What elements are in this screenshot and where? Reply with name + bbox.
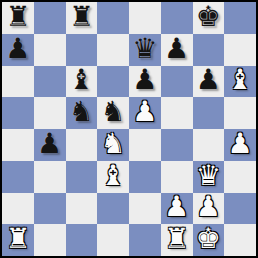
square-f5[interactable] bbox=[161, 97, 193, 129]
white-bishop: ♝ bbox=[228, 66, 253, 94]
square-d3[interactable]: ♝ bbox=[97, 161, 129, 193]
square-a2[interactable] bbox=[2, 193, 34, 225]
black-rook: ♜ bbox=[5, 3, 30, 31]
black-pawn: ♟ bbox=[164, 35, 189, 63]
square-d4[interactable]: ♞ bbox=[97, 129, 129, 161]
square-g8[interactable]: ♚ bbox=[193, 2, 225, 34]
square-g1[interactable]: ♚ bbox=[193, 224, 225, 256]
black-pawn: ♟ bbox=[196, 66, 221, 94]
square-g6[interactable]: ♟ bbox=[193, 66, 225, 98]
square-e7[interactable]: ♛ bbox=[129, 34, 161, 66]
square-b4[interactable]: ♟ bbox=[34, 129, 66, 161]
square-g7[interactable] bbox=[193, 34, 225, 66]
square-f8[interactable] bbox=[161, 2, 193, 34]
square-a1[interactable]: ♜ bbox=[2, 224, 34, 256]
square-g3[interactable]: ♛ bbox=[193, 161, 225, 193]
square-d1[interactable] bbox=[97, 224, 129, 256]
square-b3[interactable] bbox=[34, 161, 66, 193]
black-knight: ♞ bbox=[101, 98, 126, 126]
square-e1[interactable] bbox=[129, 224, 161, 256]
square-e8[interactable] bbox=[129, 2, 161, 34]
square-e2[interactable] bbox=[129, 193, 161, 225]
black-king: ♚ bbox=[196, 3, 221, 31]
square-h5[interactable] bbox=[224, 97, 256, 129]
white-bishop: ♝ bbox=[101, 162, 126, 190]
square-f7[interactable]: ♟ bbox=[161, 34, 193, 66]
square-c1[interactable] bbox=[66, 224, 98, 256]
black-knight: ♞ bbox=[69, 98, 94, 126]
white-rook: ♜ bbox=[164, 225, 189, 253]
square-b5[interactable] bbox=[34, 97, 66, 129]
square-a7[interactable]: ♟ bbox=[2, 34, 34, 66]
square-f2[interactable]: ♟ bbox=[161, 193, 193, 225]
white-pawn: ♟ bbox=[228, 130, 253, 158]
square-b1[interactable] bbox=[34, 224, 66, 256]
black-rook: ♜ bbox=[69, 3, 94, 31]
square-g5[interactable] bbox=[193, 97, 225, 129]
square-a4[interactable] bbox=[2, 129, 34, 161]
square-a6[interactable] bbox=[2, 66, 34, 98]
square-d8[interactable] bbox=[97, 2, 129, 34]
square-h8[interactable] bbox=[224, 2, 256, 34]
square-h2[interactable] bbox=[224, 193, 256, 225]
white-queen: ♛ bbox=[196, 162, 221, 190]
square-c7[interactable] bbox=[66, 34, 98, 66]
square-c4[interactable] bbox=[66, 129, 98, 161]
black-pawn: ♟ bbox=[132, 66, 157, 94]
white-knight: ♞ bbox=[101, 130, 126, 158]
square-e6[interactable]: ♟ bbox=[129, 66, 161, 98]
chess-board: ♜♜♚♟♛♟♝♟♟♝♞♞♟♟♞♟♝♛♟♟♜♜♚ bbox=[0, 0, 258, 258]
square-e3[interactable] bbox=[129, 161, 161, 193]
square-b7[interactable] bbox=[34, 34, 66, 66]
square-c5[interactable]: ♞ bbox=[66, 97, 98, 129]
white-pawn: ♟ bbox=[196, 193, 221, 221]
square-h4[interactable]: ♟ bbox=[224, 129, 256, 161]
square-d2[interactable] bbox=[97, 193, 129, 225]
square-a8[interactable]: ♜ bbox=[2, 2, 34, 34]
square-h7[interactable] bbox=[224, 34, 256, 66]
square-d7[interactable] bbox=[97, 34, 129, 66]
square-f6[interactable] bbox=[161, 66, 193, 98]
square-c3[interactable] bbox=[66, 161, 98, 193]
square-f3[interactable] bbox=[161, 161, 193, 193]
white-king: ♚ bbox=[196, 225, 221, 253]
black-bishop: ♝ bbox=[69, 66, 94, 94]
black-queen: ♛ bbox=[132, 35, 157, 63]
square-g2[interactable]: ♟ bbox=[193, 193, 225, 225]
white-rook: ♜ bbox=[5, 225, 30, 253]
square-a3[interactable] bbox=[2, 161, 34, 193]
square-d5[interactable]: ♞ bbox=[97, 97, 129, 129]
square-c8[interactable]: ♜ bbox=[66, 2, 98, 34]
square-g4[interactable] bbox=[193, 129, 225, 161]
white-pawn: ♟ bbox=[164, 193, 189, 221]
square-b2[interactable] bbox=[34, 193, 66, 225]
square-f1[interactable]: ♜ bbox=[161, 224, 193, 256]
black-pawn: ♟ bbox=[5, 35, 30, 63]
square-a5[interactable] bbox=[2, 97, 34, 129]
square-d6[interactable] bbox=[97, 66, 129, 98]
square-f4[interactable] bbox=[161, 129, 193, 161]
square-h6[interactable]: ♝ bbox=[224, 66, 256, 98]
square-h3[interactable] bbox=[224, 161, 256, 193]
square-b6[interactable] bbox=[34, 66, 66, 98]
square-e4[interactable] bbox=[129, 129, 161, 161]
square-c2[interactable] bbox=[66, 193, 98, 225]
square-h1[interactable] bbox=[224, 224, 256, 256]
square-c6[interactable]: ♝ bbox=[66, 66, 98, 98]
white-pawn: ♟ bbox=[132, 98, 157, 126]
square-b8[interactable] bbox=[34, 2, 66, 34]
black-pawn: ♟ bbox=[37, 130, 62, 158]
square-e5[interactable]: ♟ bbox=[129, 97, 161, 129]
